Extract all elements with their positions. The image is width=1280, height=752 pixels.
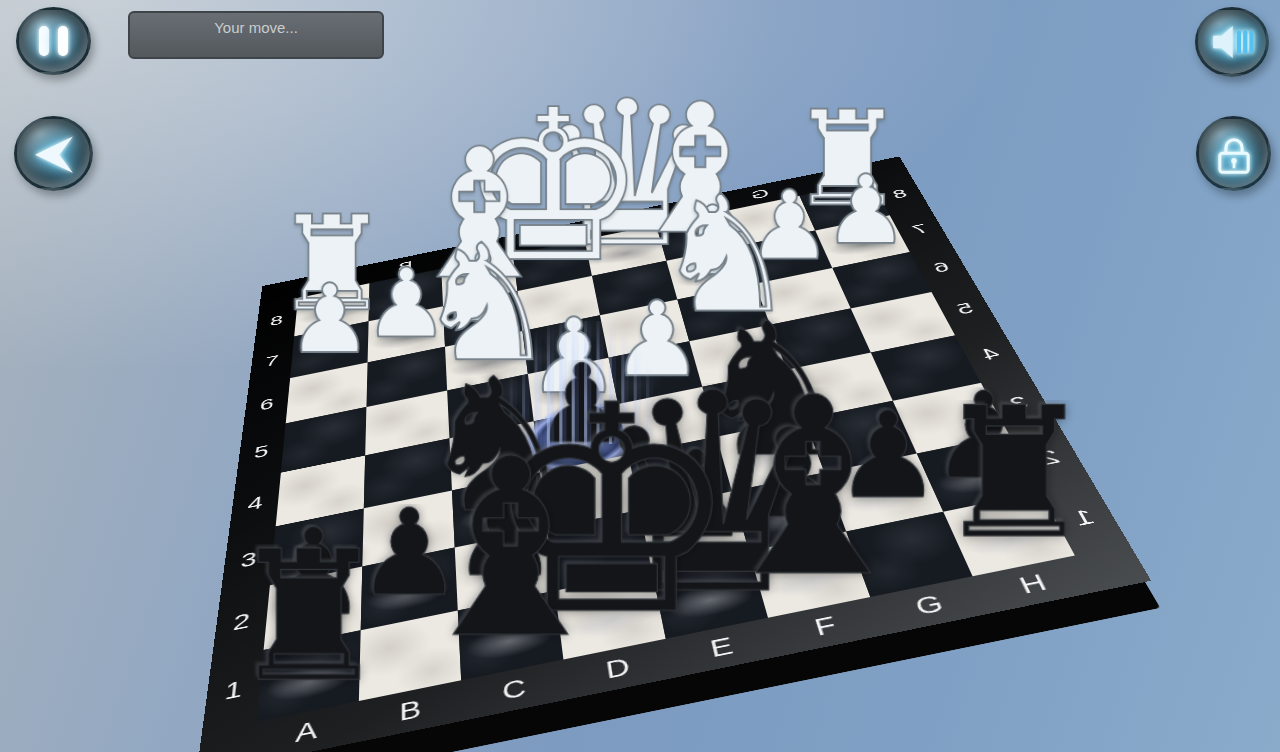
pause-icon (58, 26, 68, 56)
rank-label-5-left: 5 (236, 423, 286, 481)
back-button[interactable] (14, 116, 93, 191)
pause-icon (39, 26, 49, 56)
pause-button[interactable] (16, 7, 91, 75)
black-bishop-c1[interactable]: ♝ (355, 449, 666, 650)
status-message-box: Your move... (128, 11, 384, 59)
status-message-text: Your move... (214, 19, 298, 36)
sound-button[interactable] (1195, 7, 1269, 77)
speaker-volume-icon (1209, 20, 1255, 64)
chess-board[interactable]: ABCDEFGH8♜♝♚♛♝♜87♟♟♟♟♟♟76♞♞65♟♟54♟43♞♞32… (196, 156, 1151, 752)
padlock-icon (1211, 131, 1257, 177)
chess-3d-screen: ABCDEFGH8♜♝♚♛♝♜87♟♟♟♟♟♟76♞♞65♟♟54♟43♞♞32… (0, 0, 1280, 752)
back-arrow-icon (29, 130, 79, 178)
board-3d-wrap: ABCDEFGH8♜♝♚♛♝♜87♟♟♟♟♟♟76♞♞65♟♟54♟43♞♞32… (196, 156, 1151, 752)
black-bishop-f1[interactable]: ♝ (657, 387, 968, 588)
lock-button[interactable] (1196, 116, 1271, 191)
